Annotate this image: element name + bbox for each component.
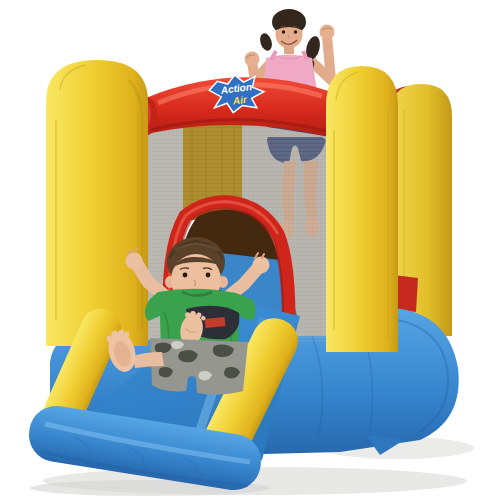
girl-right-fist [320, 25, 335, 40]
right-front-pillar [326, 66, 398, 352]
girl-left-fist [245, 52, 260, 67]
boy-left-hand [126, 253, 143, 270]
logo-text-line2: Air [231, 94, 248, 107]
product-photo: Action Air [0, 0, 500, 500]
left-front-pillar [46, 60, 148, 346]
bounce-house-scene: Action Air [0, 0, 500, 500]
boy-right-hand [253, 257, 270, 274]
